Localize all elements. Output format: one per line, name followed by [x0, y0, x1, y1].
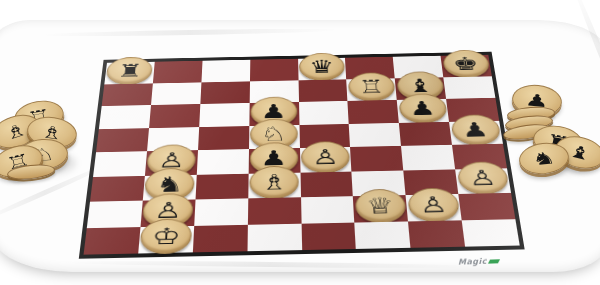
white-rook-glyph: ♖ [358, 78, 385, 97]
square-h5[interactable]: ♟ [449, 120, 503, 144]
square-a6[interactable] [99, 105, 151, 129]
square-e7[interactable] [298, 79, 348, 102]
square-c3[interactable] [195, 173, 248, 199]
piece-black-rook-a8[interactable]: ♜ [106, 56, 154, 85]
square-a1[interactable] [84, 227, 141, 255]
board-perspective-wrap: ♜♛♚♖♝♟♟♘♟♙♟♙♞♗♙♙♕♙♔ [79, 52, 525, 259]
square-e2[interactable] [301, 196, 355, 223]
brand-print: Magic [458, 256, 499, 266]
white-bishop-glyph: ♗ [260, 172, 288, 194]
black-pawn-glyph: ♟ [408, 98, 436, 118]
square-a8[interactable]: ♜ [104, 62, 154, 84]
board-grid: ♜♛♚♖♝♟♟♘♟♙♟♙♞♗♙♙♕♙♔ [79, 52, 525, 259]
brand-label: Magic [458, 257, 487, 267]
square-c5[interactable] [198, 126, 249, 151]
piece-white-bishop-d3[interactable]: ♗ [249, 166, 299, 200]
square-h7[interactable] [443, 76, 495, 99]
square-e4[interactable]: ♙ [300, 147, 352, 172]
square-h8[interactable]: ♚ [441, 55, 492, 77]
square-f5[interactable] [349, 122, 401, 146]
square-g4[interactable] [401, 145, 455, 170]
square-d8[interactable] [250, 59, 298, 81]
square-h3[interactable]: ♙ [455, 168, 511, 194]
square-d1[interactable] [247, 223, 302, 251]
white-queen-glyph: ♕ [366, 195, 396, 218]
square-d2[interactable] [248, 197, 302, 224]
square-b1[interactable]: ♔ [138, 225, 194, 253]
square-e6[interactable] [299, 101, 349, 125]
square-c6[interactable] [199, 103, 249, 127]
square-b7[interactable] [151, 82, 201, 105]
square-h1[interactable] [462, 219, 520, 247]
square-c2[interactable] [194, 198, 248, 225]
square-c7[interactable] [200, 81, 250, 104]
white-pawn-glyph: ♙ [418, 193, 448, 216]
brand-logo-mark [488, 259, 500, 263]
piece-white-rook-f7[interactable]: ♖ [348, 72, 396, 102]
black-knight-glyph: ♞ [531, 149, 557, 168]
square-c1[interactable] [193, 224, 248, 252]
black-queen-glyph: ♛ [309, 57, 335, 76]
square-g2[interactable]: ♙ [406, 194, 462, 221]
white-pawn-glyph: ♙ [311, 146, 339, 167]
square-b8[interactable] [153, 61, 203, 83]
square-c8[interactable] [201, 60, 250, 82]
square-e8[interactable]: ♛ [298, 58, 347, 80]
square-g5[interactable] [399, 121, 452, 145]
square-c4[interactable] [197, 149, 249, 174]
square-e3[interactable] [300, 171, 353, 197]
white-pawn-glyph: ♙ [467, 167, 498, 189]
square-b6[interactable] [149, 104, 200, 128]
square-f1[interactable] [355, 221, 411, 249]
square-a3[interactable] [90, 175, 145, 201]
square-f6[interactable] [348, 100, 399, 124]
square-a2[interactable] [87, 201, 143, 228]
square-f7[interactable]: ♖ [347, 78, 397, 101]
square-g6[interactable]: ♟ [397, 99, 449, 123]
white-bishop-glyph: ♗ [2, 120, 30, 143]
piece-black-queen-e8[interactable]: ♛ [299, 52, 345, 81]
black-bishop-glyph: ♝ [566, 141, 594, 163]
square-a7[interactable] [102, 83, 153, 106]
white-king-glyph: ♔ [151, 225, 181, 248]
square-a5[interactable] [96, 128, 149, 153]
square-g1[interactable] [408, 220, 465, 248]
black-pawn-glyph: ♟ [461, 120, 491, 140]
photo-stage: ♜♛♚♖♝♟♟♘♟♙♟♙♞♗♙♙♕♙♔ ♖♗♗♘♖♟♜♝♞ Magic [0, 0, 600, 285]
square-a4[interactable] [93, 151, 147, 176]
square-d3[interactable]: ♗ [248, 172, 301, 198]
square-e1[interactable] [301, 222, 356, 250]
piece-white-pawn-e4[interactable]: ♙ [301, 141, 351, 174]
black-rook-glyph: ♜ [116, 61, 143, 80]
square-h2[interactable] [458, 193, 515, 220]
square-f4[interactable] [350, 146, 403, 171]
square-f2[interactable]: ♕ [353, 195, 408, 222]
black-king-glyph: ♚ [452, 54, 480, 73]
piece-black-king-h8[interactable]: ♚ [441, 49, 490, 78]
